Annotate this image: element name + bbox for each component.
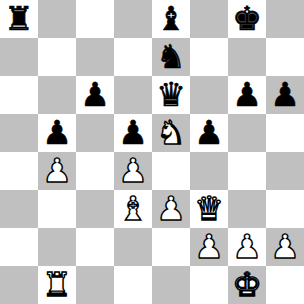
square-b3[interactable]	[38, 190, 76, 228]
white-king[interactable]: ♚	[232, 268, 262, 301]
square-d7[interactable]	[114, 38, 152, 76]
black-pawn[interactable]: ♟	[118, 116, 148, 149]
square-a1[interactable]	[0, 266, 38, 304]
white-pawn[interactable]: ♟	[270, 230, 300, 263]
white-bishop[interactable]: ♝	[118, 192, 148, 225]
square-f8[interactable]	[190, 0, 228, 38]
square-b6[interactable]	[38, 76, 76, 114]
square-a5[interactable]	[0, 114, 38, 152]
square-b2[interactable]	[38, 228, 76, 266]
black-pawn[interactable]: ♟	[232, 78, 262, 111]
square-g6[interactable]: ♟	[228, 76, 266, 114]
square-a3[interactable]	[0, 190, 38, 228]
square-c4[interactable]	[76, 152, 114, 190]
chess-board: ♜♝♚♞♟♛♟♟♟♟♞♟♟♟♝♟♛♟♟♟♜♚	[0, 0, 304, 304]
square-e5[interactable]: ♞	[152, 114, 190, 152]
black-pawn[interactable]: ♟	[270, 78, 300, 111]
black-knight[interactable]: ♞	[156, 40, 186, 73]
white-pawn[interactable]: ♟	[194, 230, 224, 263]
square-a7[interactable]	[0, 38, 38, 76]
square-d1[interactable]	[114, 266, 152, 304]
square-a6[interactable]	[0, 76, 38, 114]
white-pawn[interactable]: ♟	[118, 154, 148, 187]
square-g2[interactable]: ♟	[228, 228, 266, 266]
square-b4[interactable]: ♟	[38, 152, 76, 190]
white-queen[interactable]: ♛	[194, 192, 224, 225]
square-c3[interactable]	[76, 190, 114, 228]
square-g3[interactable]	[228, 190, 266, 228]
square-c2[interactable]	[76, 228, 114, 266]
square-h7[interactable]	[266, 38, 304, 76]
black-pawn[interactable]: ♟	[194, 116, 224, 149]
square-e7[interactable]: ♞	[152, 38, 190, 76]
square-f6[interactable]	[190, 76, 228, 114]
black-queen[interactable]: ♛	[156, 78, 186, 111]
square-h5[interactable]	[266, 114, 304, 152]
square-f7[interactable]	[190, 38, 228, 76]
square-a8[interactable]: ♜	[0, 0, 38, 38]
square-d3[interactable]: ♝	[114, 190, 152, 228]
square-d5[interactable]: ♟	[114, 114, 152, 152]
square-c5[interactable]	[76, 114, 114, 152]
square-g5[interactable]	[228, 114, 266, 152]
square-e2[interactable]	[152, 228, 190, 266]
black-rook[interactable]: ♜	[4, 2, 34, 35]
white-pawn[interactable]: ♟	[232, 230, 262, 263]
square-c7[interactable]	[76, 38, 114, 76]
square-b8[interactable]	[38, 0, 76, 38]
square-a2[interactable]	[0, 228, 38, 266]
square-a4[interactable]	[0, 152, 38, 190]
square-b5[interactable]: ♟	[38, 114, 76, 152]
square-e6[interactable]: ♛	[152, 76, 190, 114]
square-c1[interactable]	[76, 266, 114, 304]
square-g1[interactable]: ♚	[228, 266, 266, 304]
square-g4[interactable]	[228, 152, 266, 190]
square-f3[interactable]: ♛	[190, 190, 228, 228]
square-f2[interactable]: ♟	[190, 228, 228, 266]
white-rook[interactable]: ♜	[42, 268, 72, 301]
square-g8[interactable]: ♚	[228, 0, 266, 38]
square-h8[interactable]	[266, 0, 304, 38]
square-b7[interactable]	[38, 38, 76, 76]
square-c6[interactable]: ♟	[76, 76, 114, 114]
square-f4[interactable]	[190, 152, 228, 190]
square-e3[interactable]: ♟	[152, 190, 190, 228]
square-h2[interactable]: ♟	[266, 228, 304, 266]
black-pawn[interactable]: ♟	[80, 78, 110, 111]
square-d8[interactable]	[114, 0, 152, 38]
square-f5[interactable]: ♟	[190, 114, 228, 152]
black-bishop[interactable]: ♝	[156, 2, 186, 35]
white-knight[interactable]: ♞	[156, 116, 186, 149]
black-pawn[interactable]: ♟	[42, 116, 72, 149]
square-g7[interactable]	[228, 38, 266, 76]
square-d2[interactable]	[114, 228, 152, 266]
square-h3[interactable]	[266, 190, 304, 228]
square-h4[interactable]	[266, 152, 304, 190]
square-e4[interactable]	[152, 152, 190, 190]
square-b1[interactable]: ♜	[38, 266, 76, 304]
square-e1[interactable]	[152, 266, 190, 304]
square-e8[interactable]: ♝	[152, 0, 190, 38]
black-king[interactable]: ♚	[232, 2, 262, 35]
square-d6[interactable]	[114, 76, 152, 114]
square-h6[interactable]: ♟	[266, 76, 304, 114]
square-c8[interactable]	[76, 0, 114, 38]
square-h1[interactable]	[266, 266, 304, 304]
square-f1[interactable]	[190, 266, 228, 304]
white-pawn[interactable]: ♟	[156, 192, 186, 225]
square-d4[interactable]: ♟	[114, 152, 152, 190]
white-pawn[interactable]: ♟	[42, 154, 72, 187]
